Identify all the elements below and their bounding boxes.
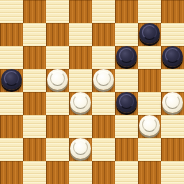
square-e5[interactable]: [92, 69, 115, 92]
square-h8[interactable]: [161, 0, 184, 23]
white-man-g3[interactable]: [139, 115, 160, 136]
white-man-c5[interactable]: [47, 69, 68, 90]
square-d5: [69, 69, 92, 92]
white-man-d2[interactable]: [70, 138, 91, 159]
square-a6: [0, 46, 23, 69]
black-man-f6[interactable]: [116, 46, 137, 67]
square-e1[interactable]: [92, 161, 115, 184]
square-g4: [138, 92, 161, 115]
square-e7[interactable]: [92, 23, 115, 46]
square-c5[interactable]: [46, 69, 69, 92]
square-d3: [69, 115, 92, 138]
black-man-h6[interactable]: [162, 46, 183, 67]
square-b8[interactable]: [23, 0, 46, 23]
square-c4: [46, 92, 69, 115]
black-man-a5[interactable]: [1, 69, 22, 90]
square-d4[interactable]: [69, 92, 92, 115]
square-f1: [115, 161, 138, 184]
white-man-h4[interactable]: [162, 92, 183, 113]
square-c1[interactable]: [46, 161, 69, 184]
square-g2: [138, 138, 161, 161]
square-b6[interactable]: [23, 46, 46, 69]
checkers-board: [0, 0, 184, 184]
square-e6: [92, 46, 115, 69]
square-g6: [138, 46, 161, 69]
square-f2[interactable]: [115, 138, 138, 161]
square-c2: [46, 138, 69, 161]
square-g8: [138, 0, 161, 23]
square-b7: [23, 23, 46, 46]
square-b1: [23, 161, 46, 184]
square-a2: [0, 138, 23, 161]
square-d8[interactable]: [69, 0, 92, 23]
square-e3[interactable]: [92, 115, 115, 138]
square-g7[interactable]: [138, 23, 161, 46]
square-d7: [69, 23, 92, 46]
square-a8: [0, 0, 23, 23]
square-b2[interactable]: [23, 138, 46, 161]
square-f8[interactable]: [115, 0, 138, 23]
square-c3[interactable]: [46, 115, 69, 138]
square-h7: [161, 23, 184, 46]
square-d2[interactable]: [69, 138, 92, 161]
square-h4[interactable]: [161, 92, 184, 115]
square-b5: [23, 69, 46, 92]
square-a3[interactable]: [0, 115, 23, 138]
square-e2: [92, 138, 115, 161]
square-h2[interactable]: [161, 138, 184, 161]
square-a4: [0, 92, 23, 115]
square-b3: [23, 115, 46, 138]
square-c6: [46, 46, 69, 69]
square-f4[interactable]: [115, 92, 138, 115]
square-h6[interactable]: [161, 46, 184, 69]
square-h5: [161, 69, 184, 92]
square-h3: [161, 115, 184, 138]
black-man-g7[interactable]: [139, 23, 160, 44]
square-c7[interactable]: [46, 23, 69, 46]
square-e8: [92, 0, 115, 23]
white-man-e5[interactable]: [93, 69, 114, 90]
square-a7[interactable]: [0, 23, 23, 46]
square-h1: [161, 161, 184, 184]
black-man-f4[interactable]: [116, 92, 137, 113]
square-f6[interactable]: [115, 46, 138, 69]
square-b4[interactable]: [23, 92, 46, 115]
square-g3[interactable]: [138, 115, 161, 138]
square-g1[interactable]: [138, 161, 161, 184]
square-g5[interactable]: [138, 69, 161, 92]
square-d1: [69, 161, 92, 184]
square-f5: [115, 69, 138, 92]
square-d6[interactable]: [69, 46, 92, 69]
square-a5[interactable]: [0, 69, 23, 92]
square-c8: [46, 0, 69, 23]
square-f7: [115, 23, 138, 46]
square-a1[interactable]: [0, 161, 23, 184]
square-f3: [115, 115, 138, 138]
square-e4: [92, 92, 115, 115]
white-man-d4[interactable]: [70, 92, 91, 113]
